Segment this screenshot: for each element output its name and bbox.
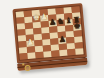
latch-stem xyxy=(22,63,24,65)
board-frame: ♚♟♟♞♝♜♚♟♟ xyxy=(12,3,87,64)
square-h1[interactable] xyxy=(75,48,83,55)
chess-set: ♚♟♟♞♝♜♚♟♟ xyxy=(12,3,87,71)
board[interactable]: ♚♟♟♞♝♜♚♟♟ xyxy=(16,6,84,59)
brass-latch-icon xyxy=(24,65,31,72)
